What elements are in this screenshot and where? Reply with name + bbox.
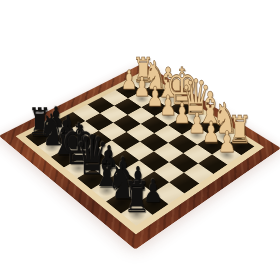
board-grid [25,76,254,226]
board-perspective-wrapper [0,0,280,280]
chess-set-photo: ♜♞♝♚♛♝♞♜♟♟♟♟♟♟♟♟♟♟♟♟♟♟♟♟♜♞♝♚♛♝♞♜ [0,0,280,280]
chess-board [0,63,280,250]
